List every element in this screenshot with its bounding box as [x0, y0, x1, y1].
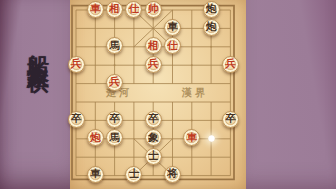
black-chariot[interactable]: 車 [164, 19, 181, 36]
left-banner: 船长象棋 [0, 0, 70, 189]
black-cannon[interactable]: 炮 [203, 19, 220, 36]
screenshot: 船长象棋 楚河 漢界 車相仕帅炮車炮馬相仕兵兵兵兵卒卒卒卒炮馬象車士車士将 棋法… [0, 0, 336, 189]
red-soldier[interactable]: 兵 [222, 56, 239, 73]
red-soldier[interactable]: 兵 [68, 56, 85, 73]
black-soldier[interactable]: 卒 [106, 111, 123, 128]
red-soldier[interactable]: 兵 [145, 56, 162, 73]
red-elephant[interactable]: 相 [106, 1, 123, 18]
black-elephant[interactable]: 象 [145, 129, 162, 146]
red-cannon[interactable]: 炮 [87, 129, 104, 146]
red-chariot[interactable]: 車 [87, 1, 104, 18]
black-chariot[interactable]: 車 [87, 166, 104, 183]
black-soldier[interactable]: 卒 [68, 111, 85, 128]
left-banner-title: 船长象棋 [23, 38, 53, 58]
red-elephant[interactable]: 相 [145, 37, 162, 54]
black-soldier[interactable]: 卒 [145, 111, 162, 128]
black-general[interactable]: 将 [164, 166, 181, 183]
xiangqi-board[interactable]: 楚河 漢界 車相仕帅炮車炮馬相仕兵兵兵兵卒卒卒卒炮馬象車士車士将 [70, 0, 246, 189]
red-general[interactable]: 帅 [145, 1, 162, 18]
river-label-right: 漢界 [182, 86, 208, 101]
black-cannon[interactable]: 炮 [203, 1, 220, 18]
right-banner: 棋法阴阳 道为经纬 [246, 0, 336, 189]
red-advisor[interactable]: 仕 [125, 1, 142, 18]
black-soldier[interactable]: 卒 [222, 111, 239, 128]
black-advisor[interactable]: 士 [145, 148, 162, 165]
move-highlight-dot[interactable] [208, 135, 215, 142]
